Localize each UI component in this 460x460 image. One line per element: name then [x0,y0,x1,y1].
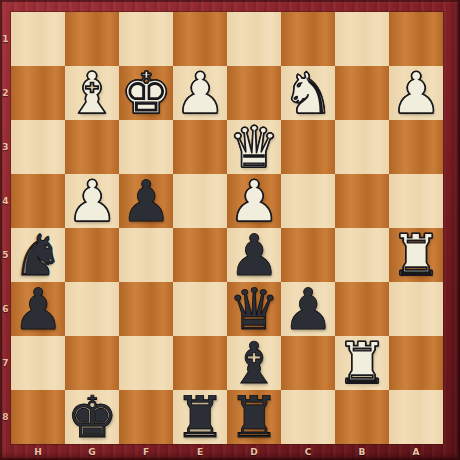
square-b3[interactable] [335,120,389,174]
file-label-g: G [65,444,119,460]
square-g2[interactable]: ♝ [65,66,119,120]
black-rook[interactable]: ♜ [173,390,227,444]
square-d5[interactable]: ♟ [227,228,281,282]
square-f3[interactable] [119,120,173,174]
square-a2[interactable]: ♟ [389,66,443,120]
black-pawn[interactable]: ♟ [11,282,65,336]
square-d4[interactable]: ♟ [227,174,281,228]
square-d8[interactable]: ♜ [227,390,281,444]
file-labels: H G F E D C B A [11,444,443,460]
square-e3[interactable] [173,120,227,174]
square-g5[interactable] [65,228,119,282]
rank-label-7: 7 [0,336,11,390]
square-a3[interactable] [389,120,443,174]
square-e5[interactable] [173,228,227,282]
square-g7[interactable] [65,336,119,390]
black-bishop[interactable]: ♝ [227,336,281,390]
square-b6[interactable] [335,282,389,336]
square-f8[interactable] [119,390,173,444]
square-a7[interactable] [389,336,443,390]
black-rook[interactable]: ♜ [227,390,281,444]
square-c4[interactable] [281,174,335,228]
square-b1[interactable] [335,12,389,66]
square-c3[interactable] [281,120,335,174]
square-d1[interactable] [227,12,281,66]
square-e4[interactable] [173,174,227,228]
file-label-f: F [119,444,173,460]
square-b4[interactable] [335,174,389,228]
square-h6[interactable]: ♟ [11,282,65,336]
black-king[interactable]: ♚ [65,390,119,444]
white-queen[interactable]: ♛ [227,120,281,174]
rank-label-2: 2 [0,66,11,120]
white-pawn[interactable]: ♟ [173,66,227,120]
square-a6[interactable] [389,282,443,336]
square-f5[interactable] [119,228,173,282]
white-rook[interactable]: ♜ [335,336,389,390]
file-label-d: D [227,444,281,460]
black-pawn[interactable]: ♟ [227,228,281,282]
square-h2[interactable] [11,66,65,120]
square-f1[interactable] [119,12,173,66]
white-knight[interactable]: ♞ [281,66,335,120]
square-f4[interactable]: ♟ [119,174,173,228]
square-d3[interactable]: ♛ [227,120,281,174]
square-d7[interactable]: ♝ [227,336,281,390]
square-f2[interactable]: ♚ [119,66,173,120]
square-b2[interactable] [335,66,389,120]
rank-labels: 1 2 3 4 5 6 7 8 [0,12,11,444]
square-d2[interactable] [227,66,281,120]
white-bishop[interactable]: ♝ [65,66,119,120]
board-frame: 1 2 3 4 5 6 7 8 ♝♚♟♞♟♛♟♟♟♞♟♜♟♛♟♝♜♚♜♜ H G… [0,0,460,460]
white-pawn[interactable]: ♟ [227,174,281,228]
square-a1[interactable] [389,12,443,66]
rank-label-6: 6 [0,282,11,336]
square-g4[interactable]: ♟ [65,174,119,228]
square-d6[interactable]: ♛ [227,282,281,336]
square-b7[interactable]: ♜ [335,336,389,390]
square-c1[interactable] [281,12,335,66]
square-a5[interactable]: ♜ [389,228,443,282]
black-pawn[interactable]: ♟ [281,282,335,336]
square-h4[interactable] [11,174,65,228]
square-e6[interactable] [173,282,227,336]
square-g3[interactable] [65,120,119,174]
square-b8[interactable] [335,390,389,444]
white-pawn[interactable]: ♟ [65,174,119,228]
square-h7[interactable] [11,336,65,390]
square-c5[interactable] [281,228,335,282]
square-c7[interactable] [281,336,335,390]
square-e7[interactable] [173,336,227,390]
file-label-b: B [335,444,389,460]
square-a8[interactable] [389,390,443,444]
square-f6[interactable] [119,282,173,336]
file-label-a: A [389,444,443,460]
square-a4[interactable] [389,174,443,228]
square-g6[interactable] [65,282,119,336]
rank-label-8: 8 [0,390,11,444]
square-c6[interactable]: ♟ [281,282,335,336]
square-e2[interactable]: ♟ [173,66,227,120]
file-label-h: H [11,444,65,460]
square-h5[interactable]: ♞ [11,228,65,282]
square-g8[interactable]: ♚ [65,390,119,444]
white-king[interactable]: ♚ [119,66,173,120]
square-f7[interactable] [119,336,173,390]
square-c8[interactable] [281,390,335,444]
square-c2[interactable]: ♞ [281,66,335,120]
black-queen[interactable]: ♛ [227,282,281,336]
file-label-e: E [173,444,227,460]
square-b5[interactable] [335,228,389,282]
square-g1[interactable] [65,12,119,66]
rank-label-4: 4 [0,174,11,228]
chess-board: ♝♚♟♞♟♛♟♟♟♞♟♜♟♛♟♝♜♚♜♜ [11,12,443,444]
square-e8[interactable]: ♜ [173,390,227,444]
file-label-c: C [281,444,335,460]
white-rook[interactable]: ♜ [389,228,443,282]
white-pawn[interactable]: ♟ [389,66,443,120]
black-knight[interactable]: ♞ [11,228,65,282]
black-pawn[interactable]: ♟ [119,174,173,228]
rank-label-5: 5 [0,228,11,282]
square-h8[interactable] [11,390,65,444]
rank-label-3: 3 [0,120,11,174]
square-e1[interactable] [173,12,227,66]
square-h1[interactable] [11,12,65,66]
rank-label-1: 1 [0,12,11,66]
square-h3[interactable] [11,120,65,174]
